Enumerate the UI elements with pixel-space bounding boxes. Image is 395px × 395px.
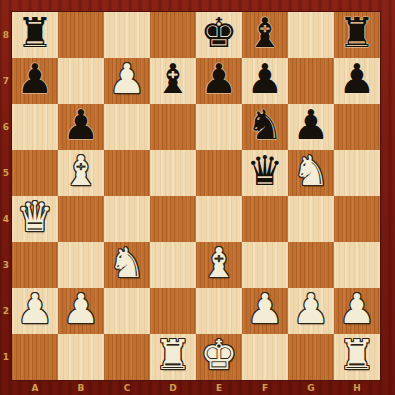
white-rook: ♜ bbox=[339, 334, 376, 378]
square-f6[interactable]: ♞ bbox=[242, 104, 288, 150]
square-d1[interactable]: ♜ bbox=[150, 334, 196, 380]
file-labels: ABCDEFGH bbox=[12, 380, 380, 395]
white-queen: ♛ bbox=[17, 196, 54, 240]
white-pawn: ♟ bbox=[293, 288, 330, 332]
white-pawn: ♟ bbox=[247, 288, 284, 332]
square-b2[interactable]: ♟ bbox=[58, 288, 104, 334]
square-g1[interactable] bbox=[288, 334, 334, 380]
square-g7[interactable] bbox=[288, 58, 334, 104]
white-knight: ♞ bbox=[109, 242, 146, 286]
rank-label-2: 2 bbox=[0, 288, 12, 334]
file-label-f: F bbox=[242, 380, 288, 395]
black-king: ♚ bbox=[201, 12, 238, 56]
square-g2[interactable]: ♟ bbox=[288, 288, 334, 334]
black-pawn: ♟ bbox=[63, 104, 100, 148]
square-f2[interactable]: ♟ bbox=[242, 288, 288, 334]
square-d4[interactable] bbox=[150, 196, 196, 242]
black-rook: ♜ bbox=[339, 12, 376, 56]
file-label-c: C bbox=[104, 380, 150, 395]
square-a3[interactable] bbox=[12, 242, 58, 288]
square-f8[interactable]: ♝ bbox=[242, 12, 288, 58]
rank-label-1: 1 bbox=[0, 334, 12, 380]
square-b5[interactable]: ♝ bbox=[58, 150, 104, 196]
black-pawn: ♟ bbox=[17, 58, 54, 102]
square-c7[interactable]: ♟ bbox=[104, 58, 150, 104]
square-g8[interactable] bbox=[288, 12, 334, 58]
rank-label-5: 5 bbox=[0, 150, 12, 196]
square-h3[interactable] bbox=[334, 242, 380, 288]
file-label-d: D bbox=[150, 380, 196, 395]
black-knight: ♞ bbox=[247, 104, 284, 148]
square-c8[interactable] bbox=[104, 12, 150, 58]
white-bishop: ♝ bbox=[63, 150, 100, 194]
black-bishop: ♝ bbox=[155, 58, 192, 102]
square-e6[interactable] bbox=[196, 104, 242, 150]
white-pawn: ♟ bbox=[17, 288, 54, 332]
file-label-g: G bbox=[288, 380, 334, 395]
square-h4[interactable] bbox=[334, 196, 380, 242]
white-pawn: ♟ bbox=[109, 58, 146, 102]
square-h1[interactable]: ♜ bbox=[334, 334, 380, 380]
square-d5[interactable] bbox=[150, 150, 196, 196]
square-e7[interactable]: ♟ bbox=[196, 58, 242, 104]
white-rook: ♜ bbox=[155, 334, 192, 378]
white-knight: ♞ bbox=[293, 150, 330, 194]
square-e5[interactable] bbox=[196, 150, 242, 196]
square-b6[interactable]: ♟ bbox=[58, 104, 104, 150]
square-h8[interactable]: ♜ bbox=[334, 12, 380, 58]
square-d6[interactable] bbox=[150, 104, 196, 150]
square-a7[interactable]: ♟ bbox=[12, 58, 58, 104]
square-g6[interactable]: ♟ bbox=[288, 104, 334, 150]
square-f3[interactable] bbox=[242, 242, 288, 288]
black-pawn: ♟ bbox=[293, 104, 330, 148]
square-h7[interactable]: ♟ bbox=[334, 58, 380, 104]
black-pawn: ♟ bbox=[247, 58, 284, 102]
square-c3[interactable]: ♞ bbox=[104, 242, 150, 288]
black-queen: ♛ bbox=[247, 150, 284, 194]
square-b3[interactable] bbox=[58, 242, 104, 288]
square-b7[interactable] bbox=[58, 58, 104, 104]
file-label-b: B bbox=[58, 380, 104, 395]
square-a5[interactable] bbox=[12, 150, 58, 196]
file-label-h: H bbox=[334, 380, 380, 395]
square-a4[interactable]: ♛ bbox=[12, 196, 58, 242]
square-a6[interactable] bbox=[12, 104, 58, 150]
square-d7[interactable]: ♝ bbox=[150, 58, 196, 104]
chessboard-frame: 87654321 ABCDEFGH ♜♚♝♜♟♟♝♟♟♟♟♞♟♝♛♞♛♞♝♟♟♟… bbox=[0, 0, 395, 395]
square-f1[interactable] bbox=[242, 334, 288, 380]
square-b4[interactable] bbox=[58, 196, 104, 242]
black-pawn: ♟ bbox=[339, 58, 376, 102]
square-f7[interactable]: ♟ bbox=[242, 58, 288, 104]
square-a2[interactable]: ♟ bbox=[12, 288, 58, 334]
file-label-e: E bbox=[196, 380, 242, 395]
square-g4[interactable] bbox=[288, 196, 334, 242]
square-h2[interactable]: ♟ bbox=[334, 288, 380, 334]
rank-labels: 87654321 bbox=[0, 12, 12, 380]
square-b1[interactable] bbox=[58, 334, 104, 380]
square-d3[interactable] bbox=[150, 242, 196, 288]
square-f4[interactable] bbox=[242, 196, 288, 242]
square-a1[interactable] bbox=[12, 334, 58, 380]
square-c1[interactable] bbox=[104, 334, 150, 380]
rank-label-6: 6 bbox=[0, 104, 12, 150]
rank-label-7: 7 bbox=[0, 58, 12, 104]
square-d8[interactable] bbox=[150, 12, 196, 58]
square-e8[interactable]: ♚ bbox=[196, 12, 242, 58]
board-grid: ♜♚♝♜♟♟♝♟♟♟♟♞♟♝♛♞♛♞♝♟♟♟♟♟♜♚♜ bbox=[12, 12, 380, 380]
white-bishop: ♝ bbox=[201, 242, 238, 286]
square-c5[interactable] bbox=[104, 150, 150, 196]
black-bishop: ♝ bbox=[247, 12, 284, 56]
square-b8[interactable] bbox=[58, 12, 104, 58]
rank-label-8: 8 bbox=[0, 12, 12, 58]
square-d2[interactable] bbox=[150, 288, 196, 334]
file-label-a: A bbox=[12, 380, 58, 395]
white-pawn: ♟ bbox=[63, 288, 100, 332]
square-e1[interactable]: ♚ bbox=[196, 334, 242, 380]
square-c2[interactable] bbox=[104, 288, 150, 334]
square-a8[interactable]: ♜ bbox=[12, 12, 58, 58]
square-c4[interactable] bbox=[104, 196, 150, 242]
black-rook: ♜ bbox=[17, 12, 54, 56]
square-e3[interactable]: ♝ bbox=[196, 242, 242, 288]
square-f5[interactable]: ♛ bbox=[242, 150, 288, 196]
square-h5[interactable] bbox=[334, 150, 380, 196]
white-king: ♚ bbox=[201, 334, 238, 378]
rank-label-4: 4 bbox=[0, 196, 12, 242]
rank-label-3: 3 bbox=[0, 242, 12, 288]
square-g3[interactable] bbox=[288, 242, 334, 288]
square-e4[interactable] bbox=[196, 196, 242, 242]
black-pawn: ♟ bbox=[201, 58, 238, 102]
white-pawn: ♟ bbox=[339, 288, 376, 332]
square-e2[interactable] bbox=[196, 288, 242, 334]
square-h6[interactable] bbox=[334, 104, 380, 150]
square-g5[interactable]: ♞ bbox=[288, 150, 334, 196]
square-c6[interactable] bbox=[104, 104, 150, 150]
